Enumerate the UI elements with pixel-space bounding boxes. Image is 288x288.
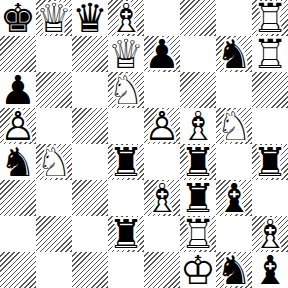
square-b3[interactable] xyxy=(36,180,72,216)
piece-glyph: ♞ xyxy=(216,36,252,72)
piece-white-bishop-e3[interactable]: ♝♗ xyxy=(144,180,180,216)
square-e1[interactable] xyxy=(144,252,180,288)
square-c8[interactable]: ♛♛ xyxy=(72,0,108,36)
square-e3[interactable]: ♝♗ xyxy=(144,180,180,216)
square-g1[interactable]: ♞♞ xyxy=(216,252,252,288)
square-d4[interactable]: ♜♜ xyxy=(108,144,144,180)
square-a4[interactable]: ♞♞ xyxy=(0,144,36,180)
piece-glyph: ♗ xyxy=(144,180,180,216)
piece-black-queen-c8[interactable]: ♛♛ xyxy=(72,0,108,36)
square-e5[interactable]: ♟♙ xyxy=(144,108,180,144)
piece-glyph: ♝ xyxy=(216,180,252,216)
square-a8[interactable]: ♚♚ xyxy=(0,0,36,36)
piece-white-knight-d6[interactable]: ♞♘ xyxy=(108,72,144,108)
square-a1[interactable] xyxy=(0,252,36,288)
piece-glyph: ♖ xyxy=(252,36,288,72)
square-c2[interactable] xyxy=(72,216,108,252)
square-e2[interactable] xyxy=(144,216,180,252)
square-b6[interactable] xyxy=(36,72,72,108)
piece-glyph: ♟ xyxy=(144,36,180,72)
square-c4[interactable] xyxy=(72,144,108,180)
square-b2[interactable] xyxy=(36,216,72,252)
piece-glyph: ♞ xyxy=(216,252,252,288)
piece-black-knight-g7[interactable]: ♞♞ xyxy=(216,36,252,72)
piece-black-rook-d4[interactable]: ♜♜ xyxy=(108,144,144,180)
piece-black-king-a8[interactable]: ♚♚ xyxy=(0,0,36,36)
piece-glyph: ♚ xyxy=(0,0,36,36)
piece-glyph: ♘ xyxy=(216,108,252,144)
piece-white-queen-b8[interactable]: ♛♕ xyxy=(36,0,72,36)
square-g5[interactable]: ♞♘ xyxy=(216,108,252,144)
piece-glyph: ♙ xyxy=(144,108,180,144)
piece-black-rook-h4[interactable]: ♜♜ xyxy=(252,144,288,180)
piece-glyph: ♞ xyxy=(0,144,36,180)
piece-glyph: ♕ xyxy=(36,0,72,36)
square-h7[interactable]: ♜♖ xyxy=(252,36,288,72)
piece-glyph: ♜ xyxy=(108,216,144,252)
piece-glyph: ♜ xyxy=(108,144,144,180)
square-b7[interactable] xyxy=(36,36,72,72)
piece-glyph: ♛ xyxy=(72,0,108,36)
piece-glyph: ♔ xyxy=(180,252,216,288)
piece-white-king-f1[interactable]: ♚♔ xyxy=(180,252,216,288)
piece-glyph: ♘ xyxy=(36,144,72,180)
square-f8[interactable] xyxy=(180,0,216,36)
square-g3[interactable]: ♝♝ xyxy=(216,180,252,216)
square-a3[interactable] xyxy=(0,180,36,216)
square-h1[interactable]: ♝♝ xyxy=(252,252,288,288)
chess-board: ♚♚♛♕♛♛♝♗♜♖♛♕♟♟♞♞♜♖♟♟♞♘♟♙♟♙♝♗♞♘♞♞♞♘♜♜♜♜♜♜… xyxy=(0,0,288,288)
square-a2[interactable] xyxy=(0,216,36,252)
piece-white-rook-h7[interactable]: ♜♖ xyxy=(252,36,288,72)
piece-black-bishop-g3[interactable]: ♝♝ xyxy=(216,180,252,216)
square-b8[interactable]: ♛♕ xyxy=(36,0,72,36)
piece-black-knight-a4[interactable]: ♞♞ xyxy=(0,144,36,180)
square-c1[interactable] xyxy=(72,252,108,288)
square-e7[interactable]: ♟♟ xyxy=(144,36,180,72)
square-d2[interactable]: ♜♜ xyxy=(108,216,144,252)
square-f1[interactable]: ♚♔ xyxy=(180,252,216,288)
piece-glyph: ♘ xyxy=(108,72,144,108)
piece-white-pawn-e5[interactable]: ♟♙ xyxy=(144,108,180,144)
square-d1[interactable] xyxy=(108,252,144,288)
square-h4[interactable]: ♜♜ xyxy=(252,144,288,180)
piece-white-knight-b4[interactable]: ♞♘ xyxy=(36,144,72,180)
square-d6[interactable]: ♞♘ xyxy=(108,72,144,108)
square-f7[interactable] xyxy=(180,36,216,72)
piece-glyph: ♝ xyxy=(252,252,288,288)
piece-black-pawn-e7[interactable]: ♟♟ xyxy=(144,36,180,72)
piece-black-bishop-h1[interactable]: ♝♝ xyxy=(252,252,288,288)
square-g7[interactable]: ♞♞ xyxy=(216,36,252,72)
piece-white-knight-g5[interactable]: ♞♘ xyxy=(216,108,252,144)
square-h6[interactable] xyxy=(252,72,288,108)
square-c5[interactable] xyxy=(72,108,108,144)
piece-black-knight-g1[interactable]: ♞♞ xyxy=(216,252,252,288)
piece-black-rook-d2[interactable]: ♜♜ xyxy=(108,216,144,252)
piece-glyph: ♜ xyxy=(252,144,288,180)
square-c3[interactable] xyxy=(72,180,108,216)
square-b4[interactable]: ♞♘ xyxy=(36,144,72,180)
square-c7[interactable] xyxy=(72,36,108,72)
square-b1[interactable] xyxy=(36,252,72,288)
square-c6[interactable] xyxy=(72,72,108,108)
